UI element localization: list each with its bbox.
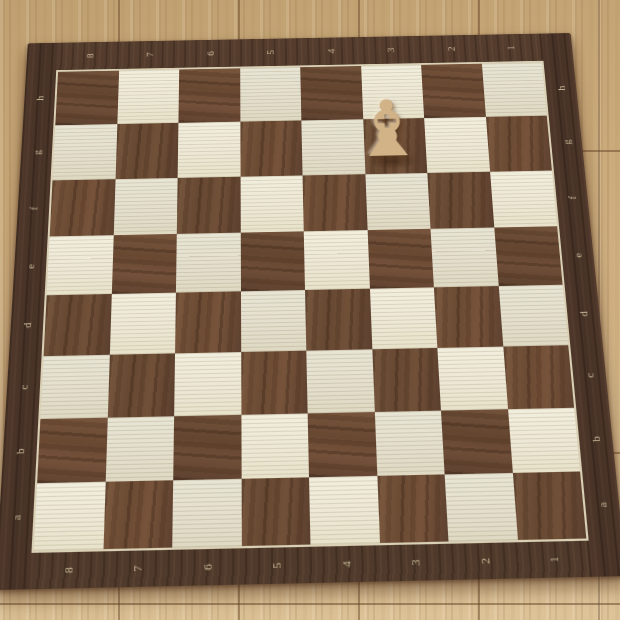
coord-cell-left: h [23,72,56,126]
coord-label-left-a: a [10,514,23,520]
coord-cell-right: e [559,226,596,285]
square-f2[interactable] [427,171,494,229]
square-b8[interactable] [37,417,107,483]
coord-cell-right: b [576,407,616,472]
coord-label-right-c: c [583,373,596,378]
white-bishop[interactable]: ♝ [349,94,426,166]
coord-label-top-8: 8 [83,53,94,58]
coord-cell-top: 7 [119,40,180,68]
square-a5[interactable] [241,478,310,546]
coord-cell-top: 8 [58,42,119,70]
square-d5[interactable] [240,290,306,352]
coord-cell-bottom: 6 [172,548,242,586]
square-c1[interactable] [503,345,574,409]
square-a2[interactable] [445,473,518,541]
coord-cell-bottom: 7 [102,550,172,588]
square-a3[interactable] [377,475,449,543]
square-e7[interactable] [111,234,176,294]
coord-label-bottom-6: 6 [200,564,213,571]
square-c3[interactable] [372,348,441,412]
coord-cell-bottom: 2 [449,542,521,580]
square-f1[interactable] [490,170,558,228]
square-h8[interactable] [55,71,118,125]
coord-label-left-e: e [24,264,36,269]
square-b2[interactable] [441,409,512,475]
coord-label-bottom-1: 1 [547,556,560,563]
square-f7[interactable] [113,177,177,235]
coord-cell-bottom: 3 [380,544,451,582]
coord-label-left-f: f [28,207,40,211]
square-d8[interactable] [44,294,112,356]
square-f3[interactable] [365,173,431,231]
chess-board: 87654321 87654321 hgfedcba hgfedcba ♝ [0,33,620,590]
square-b1[interactable] [508,407,581,473]
coord-label-right-f: f [566,196,578,200]
square-d2[interactable] [434,286,503,348]
square-f4[interactable] [303,174,368,232]
coord-label-top-1: 1 [505,45,517,50]
square-a4[interactable] [309,476,379,544]
coord-cell-top: 3 [360,36,421,64]
coord-label-bottom-5: 5 [270,562,283,569]
square-e8[interactable] [47,235,114,295]
square-b5[interactable] [241,413,309,479]
coord-cell-top: 6 [179,39,240,67]
coord-label-right-a: a [596,502,609,508]
coord-label-top-2: 2 [445,46,456,51]
square-e1[interactable] [494,226,563,286]
square-b6[interactable] [173,414,241,480]
coord-label-bottom-2: 2 [478,558,491,565]
square-d7[interactable] [109,293,176,355]
coord-label-top-5: 5 [264,50,275,55]
coord-cell-right: c [570,344,609,407]
square-g7[interactable] [115,123,178,179]
playing-area: ♝ [31,61,588,553]
coord-cell-top: 4 [300,37,361,65]
square-h1[interactable] [481,63,546,117]
coord-cell-bottom: 5 [241,547,311,585]
square-e6[interactable] [176,233,241,293]
coord-cell-bottom: 4 [310,545,381,583]
square-e4[interactable] [304,230,370,290]
square-f5[interactable] [240,175,304,233]
coord-cell-bottom: 8 [32,551,103,589]
square-e3[interactable] [367,229,434,289]
square-a8[interactable] [34,482,105,551]
coord-label-top-3: 3 [384,48,395,53]
floor-plank-seam [0,603,620,605]
coord-label-top-6: 6 [204,51,215,56]
square-f6[interactable] [177,176,241,234]
coord-label-bottom-4: 4 [339,561,352,568]
square-d3[interactable] [369,287,437,349]
coord-cell-left: c [5,356,41,419]
square-h6[interactable] [178,68,239,122]
square-c4[interactable] [306,349,374,413]
square-h7[interactable] [117,69,179,123]
square-e2[interactable] [431,228,499,288]
coord-cell-right: h [544,62,579,115]
square-g3[interactable]: ♝ [363,118,428,174]
square-d4[interactable] [305,289,372,351]
coord-cell-right: f [554,169,591,226]
coord-label-bottom-7: 7 [131,565,144,572]
square-h5[interactable] [240,67,302,121]
square-g1[interactable] [485,115,551,171]
square-c6[interactable] [174,352,241,416]
coord-cell-left: g [20,125,54,181]
square-b4[interactable] [308,411,377,477]
coord-label-left-h: h [34,96,46,101]
square-g8[interactable] [53,124,117,180]
square-a6[interactable] [172,479,241,548]
coord-label-bottom-3: 3 [408,559,421,566]
square-c5[interactable] [241,350,308,414]
square-a1[interactable] [512,472,586,540]
square-c8[interactable] [40,355,109,419]
coord-cell-left: d [9,295,45,356]
square-c7[interactable] [107,353,175,417]
square-d6[interactable] [175,291,241,353]
coord-label-top-7: 7 [144,52,155,57]
coord-label-top-4: 4 [324,49,335,54]
coord-cell-left: f [16,180,50,237]
coord-cell-left: b [1,419,38,485]
board-squares: ♝ [34,63,587,551]
coord-cell-right: d [565,284,603,345]
coord-label-left-g: g [31,150,43,155]
square-f8[interactable] [50,179,115,237]
coord-cell-right: g [549,115,585,170]
coord-label-left-c: c [17,385,30,390]
square-g2[interactable] [424,117,489,173]
square-d1[interactable] [498,285,568,347]
square-g5[interactable] [240,120,303,176]
square-b7[interactable] [105,416,174,482]
coord-label-right-d: d [577,311,590,317]
coord-cell-top: 1 [479,34,541,62]
coord-cell-left: e [13,237,48,296]
square-e5[interactable] [240,232,305,292]
square-h2[interactable] [421,64,485,118]
square-b3[interactable] [374,410,444,476]
square-c2[interactable] [437,346,507,410]
coord-label-right-g: g [561,140,573,145]
square-a7[interactable] [103,481,173,550]
coord-label-right-e: e [571,253,583,258]
coord-cell-left: a [0,483,35,551]
coord-label-right-h: h [555,86,567,91]
coord-label-right-b: b [589,436,602,442]
coord-cell-bottom: 1 [518,541,590,579]
coord-label-left-b: b [14,448,27,454]
coord-cell-top: 2 [419,35,481,63]
coord-cell-right: a [582,471,620,538]
coord-cell-top: 5 [240,38,301,66]
square-g6[interactable] [178,121,240,177]
coord-label-bottom-8: 8 [61,567,74,574]
coord-label-left-d: d [21,323,33,329]
